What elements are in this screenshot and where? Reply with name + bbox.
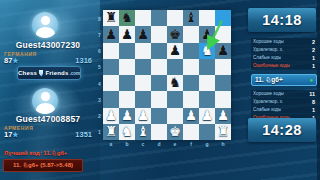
- piece-R-a1: ♜: [105, 125, 117, 139]
- top-player-name: Guest43007230: [0, 40, 96, 50]
- bottom-stat-label-1: Удовлетвор. х.: [253, 99, 283, 104]
- logo-text-domain: .com: [69, 71, 80, 76]
- piece-p-a7: ♟: [105, 28, 117, 42]
- square-g7[interactable]: ♟: [199, 26, 215, 42]
- rank-label-8: 8: [97, 16, 102, 22]
- piece-P-f2: ♟: [185, 109, 197, 123]
- square-d8[interactable]: [151, 10, 167, 26]
- piece-b-f8: ♝: [185, 11, 197, 25]
- square-h5[interactable]: [215, 59, 231, 75]
- logo-text-chess: Chess: [18, 70, 37, 76]
- square-e7[interactable]: ♚: [167, 26, 183, 42]
- square-d6[interactable]: [151, 43, 167, 59]
- piece-n-b8: ♞: [121, 11, 133, 25]
- bottom-stat-row-2: Слабые ходы1: [251, 106, 317, 114]
- piece-K-e1: ♚: [169, 125, 181, 139]
- piece-p-b7: ♟: [121, 28, 133, 42]
- bottom-player-rating: 1351: [75, 130, 92, 139]
- square-h1[interactable]: ♜: [215, 124, 231, 140]
- star-icon: ★: [12, 57, 18, 64]
- square-g3[interactable]: [199, 91, 215, 107]
- piece-p-h6: ♟: [217, 44, 229, 58]
- square-b8[interactable]: ♞: [119, 10, 135, 26]
- rank-label-3: 3: [97, 97, 102, 103]
- square-a7[interactable]: ♟: [103, 26, 119, 42]
- square-g2[interactable]: ♟: [199, 108, 215, 124]
- square-e5[interactable]: [167, 59, 183, 75]
- square-c2[interactable]: ♟: [135, 108, 151, 124]
- top-stat-label-3: Ошибочные ходы: [253, 63, 290, 68]
- square-e3[interactable]: [167, 91, 183, 107]
- square-g8[interactable]: [199, 10, 215, 26]
- square-h3[interactable]: [215, 91, 231, 107]
- rank-label-7: 7: [97, 32, 102, 38]
- square-f4[interactable]: [183, 75, 199, 91]
- square-e6[interactable]: ♟: [167, 43, 183, 59]
- square-g1[interactable]: [199, 124, 215, 140]
- avatar-person-icon: [41, 92, 50, 101]
- chess-board: ♜♞♝♟♟♟♚♟♟♞♟♞♟♟♟♟♟♟♜♞♝♚♜: [103, 10, 231, 140]
- square-e2[interactable]: [167, 108, 183, 124]
- square-c7[interactable]: ♟: [135, 26, 151, 42]
- square-b4[interactable]: [119, 75, 135, 91]
- shield-icon: [39, 70, 43, 77]
- bottom-stat-row-1: Удовлетвор. х.8: [251, 98, 317, 106]
- rank-label-5: 5: [97, 64, 102, 70]
- file-label-f: f: [183, 141, 199, 147]
- square-a1[interactable]: ♜: [103, 124, 119, 140]
- file-labels: abcdefgh: [103, 141, 231, 148]
- top-stat-row-1: Удовлетвор. х.2: [251, 46, 317, 54]
- top-stat-row-3: Ошибочные ходы1: [251, 62, 317, 70]
- bottom-stat-value-0: 11: [309, 91, 315, 97]
- square-b2[interactable]: ♟: [119, 108, 135, 124]
- rank-label-1: 1: [97, 129, 102, 135]
- square-e4[interactable]: ♞: [167, 75, 183, 91]
- bottom-stat-value-1: 8: [312, 99, 315, 105]
- square-b5[interactable]: [119, 59, 135, 75]
- top-player-rating: 1316: [75, 56, 92, 65]
- bottom-player-score-row: 17★ 1351: [4, 130, 92, 139]
- square-a5[interactable]: [103, 59, 119, 75]
- square-d4[interactable]: [151, 75, 167, 91]
- square-c6[interactable]: [135, 43, 151, 59]
- square-b1[interactable]: ♞: [119, 124, 135, 140]
- bottom-player-avatar: [32, 88, 58, 114]
- chessfriends-logo[interactable]: Chess Friends .com: [17, 66, 81, 80]
- top-stat-value-1: 2: [312, 47, 315, 53]
- best-move-label: Лучший ход: 11.♘g6+: [4, 149, 67, 156]
- highlighted-move-text: 11. ♘g6+: [255, 76, 283, 84]
- top-stat-label-2: Слабые ходы: [253, 55, 281, 60]
- players-panel: Guest43007230 ГЕРМАНИЯ 87★ 1316 Chess Fr…: [0, 0, 100, 180]
- square-h2[interactable]: ♟: [215, 108, 231, 124]
- top-stat-label-1: Удовлетвор. х.: [253, 47, 283, 52]
- square-f6[interactable]: [183, 43, 199, 59]
- square-f7[interactable]: [183, 26, 199, 42]
- square-g5[interactable]: [199, 59, 215, 75]
- highlighted-move-row[interactable]: 11. ♘g6+ ●: [251, 74, 317, 86]
- file-label-a: a: [103, 141, 119, 147]
- square-f1[interactable]: [183, 124, 199, 140]
- file-label-g: g: [199, 141, 215, 147]
- square-f5[interactable]: [183, 59, 199, 75]
- file-label-c: c: [135, 141, 151, 147]
- square-d1[interactable]: [151, 124, 167, 140]
- top-stat-row-0: Хорошие ходы2: [251, 38, 317, 46]
- file-label-h: h: [215, 141, 231, 147]
- square-a8[interactable]: ♜: [103, 10, 119, 26]
- top-player-score-row: 87★ 1316: [4, 56, 92, 65]
- piece-N-g6: ♞: [201, 44, 213, 58]
- game-analysis-screen: Guest43007230 ГЕРМАНИЯ 87★ 1316 Chess Fr…: [0, 0, 320, 180]
- rank-label-6: 6: [97, 48, 102, 54]
- piece-n-e4: ♞: [169, 76, 181, 90]
- square-h7[interactable]: [215, 26, 231, 42]
- bottom-stat-row-0: Хорошие ходы11: [251, 90, 317, 98]
- rank-label-4: 4: [97, 81, 102, 87]
- bottom-player-clock: 14:28: [248, 118, 316, 142]
- square-f3[interactable]: [183, 91, 199, 107]
- square-a4[interactable]: [103, 75, 119, 91]
- top-stat-label-0: Хорошие ходы: [253, 39, 284, 44]
- file-label-d: d: [151, 141, 167, 147]
- rank-label-2: 2: [97, 113, 102, 119]
- square-c1[interactable]: ♝: [135, 124, 151, 140]
- avatar-person-icon: [41, 16, 50, 25]
- square-g4[interactable]: [199, 75, 215, 91]
- square-a3[interactable]: [103, 91, 119, 107]
- square-d3[interactable]: [151, 91, 167, 107]
- square-a6[interactable]: [103, 43, 119, 59]
- square-h4[interactable]: [215, 75, 231, 91]
- file-label-e: e: [167, 141, 183, 147]
- top-player-clock: 14:18: [248, 8, 316, 32]
- square-c8[interactable]: [135, 10, 151, 26]
- square-b6[interactable]: [119, 43, 135, 59]
- move-eval-box: 11. ♘g6+ (5.87->5.48): [3, 159, 83, 172]
- top-stat-value-3: 1: [312, 63, 315, 69]
- square-d2[interactable]: [151, 108, 167, 124]
- top-player-avatar: [32, 12, 58, 38]
- bottom-player-name: Guest47008857: [0, 114, 96, 124]
- square-c4[interactable]: [135, 75, 151, 91]
- piece-p-g7: ♟: [201, 28, 213, 42]
- square-c5[interactable]: [135, 59, 151, 75]
- square-b7[interactable]: ♟: [119, 26, 135, 42]
- piece-R-h1: ♜: [217, 125, 229, 139]
- bottom-stat-label-0: Хорошие ходы: [253, 91, 284, 96]
- piece-r-a8: ♜: [105, 11, 117, 25]
- bottom-stat-label-2: Слабые ходы: [253, 107, 281, 112]
- star-icon: ★: [12, 131, 18, 138]
- top-stat-value-0: 2: [312, 39, 315, 45]
- piece-P-g2: ♟: [201, 109, 213, 123]
- square-c3[interactable]: [135, 91, 151, 107]
- square-g6[interactable]: ♞: [199, 43, 215, 59]
- chess-board-area: ♜♞♝♟♟♟♚♟♟♞♟♞♟♟♟♟♟♟♜♞♝♚♜ 87654321 abcdefg…: [103, 10, 231, 140]
- good-move-dot-icon: ●: [309, 77, 313, 83]
- piece-p-e6: ♟: [169, 44, 181, 58]
- piece-k-e7: ♚: [169, 28, 181, 42]
- bottom-stat-value-2: 1: [312, 107, 315, 113]
- top-stat-value-2: 1: [312, 55, 315, 61]
- piece-N-b1: ♞: [121, 125, 133, 139]
- square-f2[interactable]: ♟: [183, 108, 199, 124]
- square-a2[interactable]: ♟: [103, 108, 119, 124]
- square-d7[interactable]: [151, 26, 167, 42]
- piece-p-c7: ♟: [137, 28, 149, 42]
- file-label-b: b: [119, 141, 135, 147]
- square-b3[interactable]: [119, 91, 135, 107]
- top-stat-row-2: Слабые ходы1: [251, 54, 317, 62]
- square-e8[interactable]: [167, 10, 183, 26]
- rank-labels: 87654321: [97, 10, 102, 140]
- piece-B-c1: ♝: [137, 125, 149, 139]
- piece-P-a2: ♟: [105, 109, 117, 123]
- square-h8[interactable]: [215, 10, 231, 26]
- square-f8[interactable]: ♝: [183, 10, 199, 26]
- piece-P-c2: ♟: [137, 109, 149, 123]
- square-e1[interactable]: ♚: [167, 124, 183, 140]
- piece-P-h2: ♟: [217, 109, 229, 123]
- square-h6[interactable]: ♟: [215, 43, 231, 59]
- square-d5[interactable]: [151, 59, 167, 75]
- top-player-move-stats: Хорошие ходы2Удовлетвор. х.2Слабые ходы1…: [251, 38, 317, 70]
- piece-P-b2: ♟: [121, 109, 133, 123]
- logo-text-friends: Friends: [45, 70, 68, 76]
